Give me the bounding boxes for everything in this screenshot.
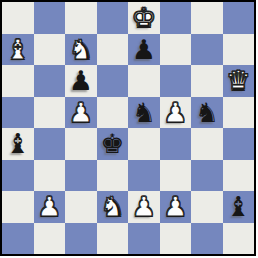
square-e1[interactable] [128,223,160,255]
square-f8[interactable] [160,2,192,34]
square-d8[interactable] [97,2,129,34]
square-d5[interactable] [97,97,129,129]
chess-diagram: ♚♝♞♟♟♛♟♞♟♞♝♚♟♞♟♟♝ [0,0,258,258]
square-f4[interactable] [160,128,192,160]
square-c4[interactable] [65,128,97,160]
square-f2[interactable]: ♟ [160,191,192,223]
square-a1[interactable] [2,223,34,255]
square-d7[interactable] [97,34,129,66]
square-b7[interactable] [34,34,66,66]
square-h8[interactable] [223,2,255,34]
square-b5[interactable] [34,97,66,129]
square-c2[interactable] [65,191,97,223]
piece-black-pawn: ♟ [69,65,93,97]
square-c8[interactable] [65,2,97,34]
piece-black-pawn: ♟ [132,34,156,66]
square-g2[interactable] [191,191,223,223]
piece-black-knight: ♞ [132,97,156,129]
square-f7[interactable] [160,34,192,66]
piece-white-pawn: ♟ [163,191,187,223]
square-a4[interactable]: ♝ [2,128,34,160]
square-c5[interactable]: ♟ [65,97,97,129]
square-h7[interactable] [223,34,255,66]
square-a5[interactable] [2,97,34,129]
square-f5[interactable]: ♟ [160,97,192,129]
square-e2[interactable]: ♟ [128,191,160,223]
square-b4[interactable] [34,128,66,160]
square-g8[interactable] [191,2,223,34]
chess-board: ♚♝♞♟♟♛♟♞♟♞♝♚♟♞♟♟♝ [0,0,256,256]
piece-white-pawn: ♟ [132,191,156,223]
square-c3[interactable] [65,160,97,192]
square-f6[interactable] [160,65,192,97]
piece-white-bishop: ♝ [6,34,30,66]
piece-black-bishop: ♝ [6,128,30,160]
square-c7[interactable]: ♞ [65,34,97,66]
square-d1[interactable] [97,223,129,255]
square-d4[interactable]: ♚ [97,128,129,160]
square-b3[interactable] [34,160,66,192]
square-h4[interactable] [223,128,255,160]
square-h3[interactable] [223,160,255,192]
square-h1[interactable] [223,223,255,255]
piece-white-pawn: ♟ [69,97,93,129]
piece-white-pawn: ♟ [37,191,61,223]
square-a6[interactable] [2,65,34,97]
square-b1[interactable] [34,223,66,255]
square-a7[interactable]: ♝ [2,34,34,66]
square-f1[interactable] [160,223,192,255]
square-a3[interactable] [2,160,34,192]
square-e4[interactable] [128,128,160,160]
square-b6[interactable] [34,65,66,97]
square-b2[interactable]: ♟ [34,191,66,223]
square-c1[interactable] [65,223,97,255]
square-h2[interactable]: ♝ [223,191,255,223]
square-a8[interactable] [2,2,34,34]
square-f3[interactable] [160,160,192,192]
piece-black-bishop: ♝ [226,191,250,223]
piece-white-pawn: ♟ [163,97,187,129]
square-g4[interactable] [191,128,223,160]
square-d2[interactable]: ♞ [97,191,129,223]
square-e5[interactable]: ♞ [128,97,160,129]
square-e6[interactable] [128,65,160,97]
square-g7[interactable] [191,34,223,66]
square-d6[interactable] [97,65,129,97]
piece-white-knight: ♞ [69,34,93,66]
square-g1[interactable] [191,223,223,255]
piece-white-king: ♚ [132,2,156,34]
piece-black-knight: ♞ [195,97,219,129]
square-c6[interactable]: ♟ [65,65,97,97]
square-e8[interactable]: ♚ [128,2,160,34]
square-g6[interactable] [191,65,223,97]
square-h6[interactable]: ♛ [223,65,255,97]
square-g3[interactable] [191,160,223,192]
piece-white-knight: ♞ [100,191,124,223]
square-g5[interactable]: ♞ [191,97,223,129]
square-b8[interactable] [34,2,66,34]
piece-black-king: ♚ [100,128,124,160]
square-a2[interactable] [2,191,34,223]
square-d3[interactable] [97,160,129,192]
square-e3[interactable] [128,160,160,192]
square-e7[interactable]: ♟ [128,34,160,66]
piece-white-queen: ♛ [226,65,250,97]
square-h5[interactable] [223,97,255,129]
